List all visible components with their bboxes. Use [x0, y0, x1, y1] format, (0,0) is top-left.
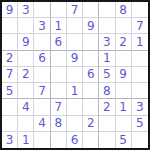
cell-r5c4[interactable] — [51, 67, 67, 83]
cell-r9c8[interactable]: 5 — [116, 132, 132, 148]
cell-r4c4[interactable] — [51, 51, 67, 67]
cell-r1c3[interactable] — [34, 2, 50, 18]
cell-r4c2[interactable] — [18, 51, 34, 67]
cell-r8c7[interactable] — [99, 116, 115, 132]
cell-r5c7[interactable]: 5 — [99, 67, 115, 83]
cell-r4c9[interactable] — [132, 51, 148, 67]
cell-r1c8[interactable]: 8 — [116, 2, 132, 18]
cell-r6c9[interactable] — [132, 83, 148, 99]
cell-r5c5[interactable] — [67, 67, 83, 83]
cell-r7c6[interactable] — [83, 99, 99, 115]
cell-r4c3[interactable]: 6 — [34, 51, 50, 67]
cell-r5c3[interactable] — [34, 67, 50, 83]
cell-r8c6[interactable]: 2 — [83, 116, 99, 132]
cell-r8c3[interactable]: 4 — [34, 116, 50, 132]
cell-r3c3[interactable] — [34, 34, 50, 50]
cell-r8c2[interactable] — [18, 116, 34, 132]
cell-r6c3[interactable]: 7 — [34, 83, 50, 99]
cell-r9c5[interactable]: 6 — [67, 132, 83, 148]
cell-r3c7[interactable]: 3 — [99, 34, 115, 50]
cell-r3c5[interactable] — [67, 34, 83, 50]
cell-r9c4[interactable] — [51, 132, 67, 148]
cell-r7c9[interactable]: 3 — [132, 99, 148, 115]
cell-r7c3[interactable] — [34, 99, 50, 115]
cell-r5c2[interactable]: 2 — [18, 67, 34, 83]
cell-r3c6[interactable] — [83, 34, 99, 50]
cell-r2c5[interactable] — [67, 18, 83, 34]
cell-r9c7[interactable] — [99, 132, 115, 148]
cell-r3c9[interactable]: 1 — [132, 34, 148, 50]
cell-r4c7[interactable]: 1 — [99, 51, 115, 67]
cell-r9c9[interactable] — [132, 132, 148, 148]
cell-r3c8[interactable]: 2 — [116, 34, 132, 50]
cell-r9c2[interactable]: 1 — [18, 132, 34, 148]
cell-r5c6[interactable]: 6 — [83, 67, 99, 83]
cell-r2c6[interactable]: 9 — [83, 18, 99, 34]
cell-r7c1[interactable] — [2, 99, 18, 115]
cell-r2c3[interactable]: 3 — [34, 18, 50, 34]
cell-r5c1[interactable]: 7 — [2, 67, 18, 83]
cell-r4c8[interactable] — [116, 51, 132, 67]
cell-r6c8[interactable] — [116, 83, 132, 99]
cell-r1c7[interactable] — [99, 2, 115, 18]
cell-r4c1[interactable]: 2 — [2, 51, 18, 67]
cell-r1c9[interactable] — [132, 2, 148, 18]
cell-r8c5[interactable] — [67, 116, 83, 132]
cell-r2c1[interactable] — [2, 18, 18, 34]
cell-r7c5[interactable] — [67, 99, 83, 115]
cell-r3c1[interactable] — [2, 34, 18, 50]
cell-r1c2[interactable]: 3 — [18, 2, 34, 18]
cell-r2c8[interactable] — [116, 18, 132, 34]
cell-r6c2[interactable] — [18, 83, 34, 99]
cell-r3c2[interactable]: 9 — [18, 34, 34, 50]
cell-r5c9[interactable] — [132, 67, 148, 83]
cell-r5c8[interactable]: 9 — [116, 67, 132, 83]
cell-r2c9[interactable]: 7 — [132, 18, 148, 34]
cell-r7c7[interactable]: 2 — [99, 99, 115, 115]
cell-r6c7[interactable]: 8 — [99, 83, 115, 99]
cell-r7c8[interactable]: 1 — [116, 99, 132, 115]
cell-r4c6[interactable] — [83, 51, 99, 67]
cell-r6c1[interactable]: 5 — [2, 83, 18, 99]
cell-r4c5[interactable]: 9 — [67, 51, 83, 67]
cell-r8c8[interactable] — [116, 116, 132, 132]
cell-r6c5[interactable]: 1 — [67, 83, 83, 99]
cell-r1c1[interactable]: 9 — [2, 2, 18, 18]
cell-r2c4[interactable]: 1 — [51, 18, 67, 34]
cell-r1c4[interactable] — [51, 2, 67, 18]
cell-r9c6[interactable] — [83, 132, 99, 148]
cell-r7c4[interactable]: 7 — [51, 99, 67, 115]
cell-r1c6[interactable] — [83, 2, 99, 18]
sudoku-board: 937831979632126917265957184721348253165 — [0, 0, 150, 150]
cell-r9c1[interactable]: 3 — [2, 132, 18, 148]
cell-r2c2[interactable] — [18, 18, 34, 34]
cell-r7c2[interactable]: 4 — [18, 99, 34, 115]
cell-r2c7[interactable] — [99, 18, 115, 34]
cell-r1c5[interactable]: 7 — [67, 2, 83, 18]
cell-r6c6[interactable] — [83, 83, 99, 99]
cell-r3c4[interactable]: 6 — [51, 34, 67, 50]
cell-r6c4[interactable] — [51, 83, 67, 99]
cell-r9c3[interactable] — [34, 132, 50, 148]
cell-r8c4[interactable]: 8 — [51, 116, 67, 132]
cell-r8c9[interactable]: 5 — [132, 116, 148, 132]
cell-r8c1[interactable] — [2, 116, 18, 132]
